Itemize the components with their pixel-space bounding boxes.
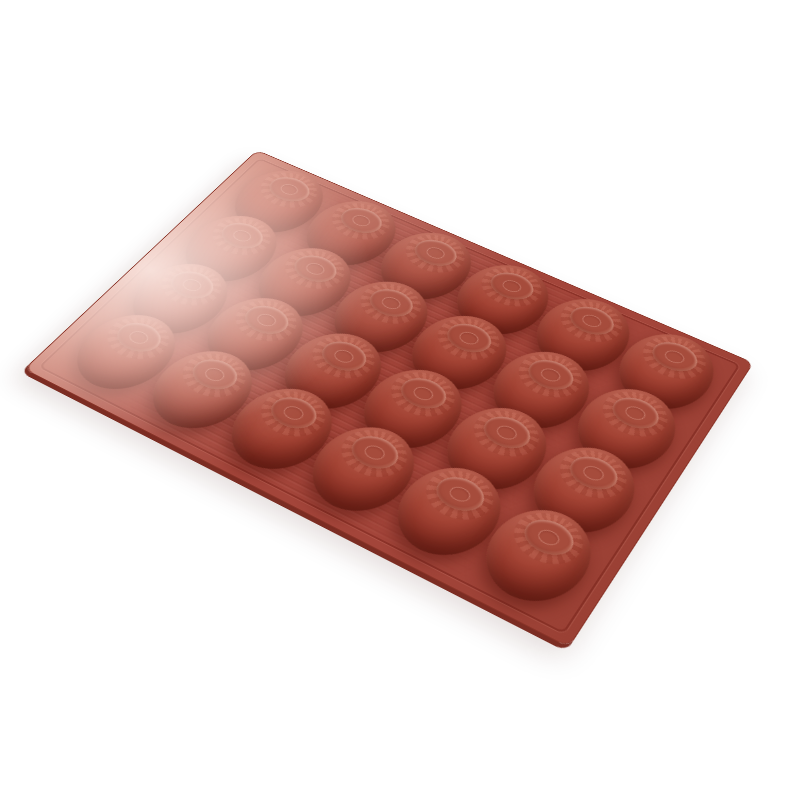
embossed-logo-stamp — [494, 423, 520, 442]
embossed-logo-stamp — [180, 277, 205, 293]
embossed-logo-stamp — [278, 182, 301, 197]
embossed-logo-stamp — [280, 403, 307, 422]
embossed-logo-stamp — [538, 366, 563, 384]
embossed-logo-stamp — [230, 228, 254, 243]
embossed-logo-stamp — [362, 443, 389, 463]
embossed-logo-stamp — [379, 294, 404, 311]
embossed-logo-stamp — [580, 463, 607, 483]
embossed-logo-stamp — [500, 278, 524, 294]
embossed-logo-stamp — [457, 329, 482, 346]
product-photo-stage — [0, 0, 800, 800]
embossed-logo-stamp — [350, 213, 374, 228]
embossed-logo-stamp — [303, 261, 327, 277]
embossed-logo-stamp — [622, 403, 648, 422]
embossed-logo-stamp — [662, 348, 687, 366]
cavity-grid — [25, 151, 752, 646]
embossed-logo-stamp — [331, 347, 357, 365]
embossed-logo-stamp — [411, 384, 437, 402]
embossed-logo-stamp — [535, 526, 563, 547]
embossed-logo-stamp — [202, 365, 228, 383]
embossed-logo-stamp — [447, 484, 474, 504]
embossed-logo-stamp — [580, 312, 605, 329]
embossed-logo-stamp — [126, 329, 152, 346]
embossed-logo-stamp — [254, 311, 279, 328]
embossed-logo-stamp — [424, 245, 448, 261]
silicone-mold-tray — [24, 150, 754, 648]
